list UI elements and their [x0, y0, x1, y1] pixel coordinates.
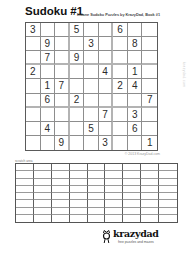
scratch-cell — [16, 171, 34, 178]
sudoku-cell-r3c8 — [128, 51, 143, 65]
scratch-cell — [52, 186, 70, 193]
scratch-cell — [52, 200, 70, 207]
scratch-cell — [34, 200, 52, 207]
scratch-cell — [52, 179, 70, 186]
sudoku-cell-r2c3 — [55, 37, 70, 51]
scratch-cell — [70, 200, 88, 207]
krazydad-logo: krazydad free puzzles and mazes — [101, 228, 159, 244]
scratch-cell — [88, 208, 106, 215]
scratch-cell — [52, 215, 70, 222]
scratch-cell — [88, 200, 106, 207]
scratch-cell — [123, 208, 141, 215]
sudoku-cell-r5c1 — [26, 79, 41, 93]
sudoku-cell-r1c8 — [128, 23, 143, 37]
scratch-cell — [34, 208, 52, 215]
brand-tagline: free puzzles and mazes — [118, 240, 154, 244]
margin-note: krazydad.com — [182, 62, 186, 87]
scratch-cell — [70, 186, 88, 193]
scratch-cell — [52, 193, 70, 200]
scratch-cell — [141, 179, 159, 186]
scratch-cell — [34, 171, 52, 178]
sudoku-cell-r3c6 — [99, 51, 114, 65]
sudoku-cell-r5c5 — [84, 79, 99, 93]
scratch-cell — [105, 164, 123, 171]
scratch-cell — [88, 171, 106, 178]
scratch-cell — [141, 215, 159, 222]
sudoku-cell-r9c4 — [70, 136, 85, 150]
sudoku-cell-r1c2 — [41, 23, 56, 37]
sudoku-cell-r5c4 — [70, 79, 85, 93]
scratch-cell — [16, 200, 34, 207]
sudoku-cell-r7c3 — [55, 108, 70, 122]
sudoku-cell-r8c1 — [26, 122, 41, 136]
scratch-cell — [70, 193, 88, 200]
sudoku-cell-r5c3: 7 — [55, 79, 70, 93]
scratch-cell — [159, 200, 177, 207]
krazydad-figure-icon — [101, 229, 112, 244]
sudoku-cell-r2c6 — [99, 37, 114, 51]
scratch-cell — [52, 208, 70, 215]
scratch-cell — [16, 208, 34, 215]
sudoku-cell-r4c6: 4 — [99, 65, 114, 79]
scratch-cell — [123, 215, 141, 222]
sudoku-cell-r6c5 — [84, 94, 99, 108]
scratch-cell — [105, 179, 123, 186]
sudoku-cell-r9c6: 3 — [99, 136, 114, 150]
sudoku-cell-r9c3: 9 — [55, 136, 70, 150]
sudoku-cell-r4c8: 1 — [128, 65, 143, 79]
scratch-cell — [88, 193, 106, 200]
sudoku-cell-r7c4 — [70, 108, 85, 122]
sudoku-cell-r2c9 — [142, 37, 157, 51]
sudoku-cell-r6c2: 6 — [41, 94, 56, 108]
sudoku-cell-r4c4 — [70, 65, 85, 79]
sudoku-cell-r8c3 — [55, 122, 70, 136]
sudoku-cell-r7c2 — [41, 108, 56, 122]
sudoku-cell-r7c5 — [84, 108, 99, 122]
scratch-cell — [34, 186, 52, 193]
scratch-cell — [70, 164, 88, 171]
brand-name: krazydad — [113, 228, 159, 239]
logo-text-column: krazydad free puzzles and mazes — [113, 228, 159, 244]
scratch-cell — [105, 208, 123, 215]
sudoku-cell-r2c5: 3 — [84, 37, 99, 51]
scratch-cell — [141, 208, 159, 215]
sudoku-cell-r6c3 — [55, 94, 70, 108]
sudoku-cell-r6c4: 2 — [70, 94, 85, 108]
scratch-cell — [159, 186, 177, 193]
sudoku-cell-r2c2: 9 — [41, 37, 56, 51]
scratch-cell — [105, 193, 123, 200]
scratch-cell — [159, 208, 177, 215]
scratch-cell — [141, 171, 159, 178]
sudoku-cell-r5c2: 1 — [41, 79, 56, 93]
scratch-cell — [34, 215, 52, 222]
scratch-cell — [88, 179, 106, 186]
scratch-cell — [159, 171, 177, 178]
scratch-cell — [141, 200, 159, 207]
sudoku-cell-r8c2: 4 — [41, 122, 56, 136]
scratch-area-label: scratch area — [15, 159, 33, 163]
sudoku-cell-r2c4 — [70, 37, 85, 51]
scratch-cell — [159, 193, 177, 200]
scratch-cell — [141, 193, 159, 200]
sudoku-cell-r5c9 — [142, 79, 157, 93]
sudoku-cell-r3c2: 7 — [41, 51, 56, 65]
sudoku-cell-r8c7 — [113, 122, 128, 136]
scratch-cell — [16, 193, 34, 200]
sudoku-cell-r3c3 — [55, 51, 70, 65]
sudoku-cell-r2c8: 8 — [128, 37, 143, 51]
scratch-cell — [159, 215, 177, 222]
sudoku-cell-r3c4: 9 — [70, 51, 85, 65]
sudoku-cell-r6c9: 7 — [142, 94, 157, 108]
sudoku-cell-r9c7 — [113, 136, 128, 150]
sudoku-cell-r3c9 — [142, 51, 157, 65]
sudoku-cell-r9c8 — [128, 136, 143, 150]
sudoku-cell-r5c7: 2 — [113, 79, 128, 93]
sudoku-cell-r3c5 — [84, 51, 99, 65]
scratch-cell — [123, 179, 141, 186]
sudoku-cell-r2c7 — [113, 37, 128, 51]
scratch-cell — [16, 215, 34, 222]
scratch-cell — [123, 193, 141, 200]
sudoku-cell-r6c8 — [128, 94, 143, 108]
sudoku-cell-r1c4: 5 — [70, 23, 85, 37]
copyright-text: © 2013 KrazyDad.com — [60, 152, 160, 156]
scratch-cell — [159, 179, 177, 186]
sudoku-cell-r4c5 — [84, 65, 99, 79]
sudoku-cell-r1c3 — [55, 23, 70, 37]
sudoku-cell-r1c7: 6 — [113, 23, 128, 37]
sudoku-board: 35693879241172462773456931 — [25, 22, 158, 151]
sudoku-cell-r4c3 — [55, 65, 70, 79]
scratch-cell — [70, 171, 88, 178]
sudoku-cell-r6c7 — [113, 94, 128, 108]
sudoku-cell-r9c2 — [41, 136, 56, 150]
sudoku-cell-r4c9 — [142, 65, 157, 79]
sudoku-cell-r4c7 — [113, 65, 128, 79]
scratch-cell — [34, 193, 52, 200]
scratch-cell — [88, 186, 106, 193]
scratch-cell — [34, 179, 52, 186]
book-subtitle: Insane Sudoku Puzzles by KrazyDad, Book … — [58, 13, 160, 17]
scratch-cell — [123, 171, 141, 178]
scratch-cell — [52, 171, 70, 178]
sudoku-cell-r6c6 — [99, 94, 114, 108]
scratch-area-grid — [15, 163, 178, 223]
sudoku-cell-r7c9 — [142, 108, 157, 122]
sudoku-cell-r8c4 — [70, 122, 85, 136]
sudoku-cell-r1c9 — [142, 23, 157, 37]
sudoku-cell-r7c1 — [26, 108, 41, 122]
scratch-cell — [159, 164, 177, 171]
sudoku-cell-r1c5 — [84, 23, 99, 37]
scratch-cell — [16, 186, 34, 193]
scratch-cell — [88, 164, 106, 171]
sudoku-cell-r5c8: 4 — [128, 79, 143, 93]
scratch-cell — [16, 179, 34, 186]
sudoku-cell-r8c8: 6 — [128, 122, 143, 136]
scratch-cell — [105, 171, 123, 178]
sudoku-cell-r9c1 — [26, 136, 41, 150]
scratch-cell — [105, 215, 123, 222]
sudoku-cell-r3c1 — [26, 51, 41, 65]
sudoku-cell-r4c2 — [41, 65, 56, 79]
sudoku-cell-r8c6 — [99, 122, 114, 136]
sudoku-cell-r1c6 — [99, 23, 114, 37]
scratch-cell — [34, 164, 52, 171]
sudoku-cell-r3c7 — [113, 51, 128, 65]
scratch-cell — [141, 164, 159, 171]
sudoku-cell-r9c9: 1 — [142, 136, 157, 150]
scratch-cell — [70, 215, 88, 222]
sudoku-cell-r5c6 — [99, 79, 114, 93]
sudoku-cell-r8c9 — [142, 122, 157, 136]
scratch-cell — [70, 208, 88, 215]
scratch-cell — [123, 164, 141, 171]
scratch-cell — [70, 179, 88, 186]
scratch-cell — [141, 186, 159, 193]
sudoku-cell-r2c1 — [26, 37, 41, 51]
scratch-cell — [16, 164, 34, 171]
sudoku-cell-r9c5 — [84, 136, 99, 150]
scratch-cell — [88, 215, 106, 222]
scratch-cell — [105, 200, 123, 207]
puzzle-page: Sudoku #1 Insane Sudoku Puzzles by Krazy… — [0, 0, 190, 255]
scratch-cell — [52, 164, 70, 171]
sudoku-cell-r1c1: 3 — [26, 23, 41, 37]
sudoku-cell-r8c5: 5 — [84, 122, 99, 136]
scratch-cell — [123, 186, 141, 193]
sudoku-cell-r6c1 — [26, 94, 41, 108]
sudoku-cell-r7c8: 3 — [128, 108, 143, 122]
sudoku-cell-r4c1: 2 — [26, 65, 41, 79]
sudoku-cell-r7c7 — [113, 108, 128, 122]
scratch-cell — [123, 200, 141, 207]
scratch-cell — [105, 186, 123, 193]
sudoku-cell-r7c6: 7 — [99, 108, 114, 122]
